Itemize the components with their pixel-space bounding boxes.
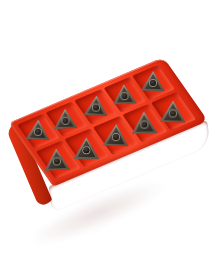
- insert-hole: [93, 103, 99, 109]
- carbide-insert: [103, 123, 130, 146]
- insert-hole: [113, 133, 119, 139]
- carbide-insert: [159, 100, 185, 122]
- carbide-insert: [140, 70, 164, 90]
- product-photo: [0, 0, 222, 278]
- carbide-insert: [73, 137, 99, 159]
- carbide-insert: [111, 83, 136, 104]
- insert-hole: [141, 121, 147, 127]
- carbide-insert: [25, 119, 50, 140]
- insert-hole: [54, 158, 60, 164]
- carbide-insert: [43, 147, 70, 170]
- carbide-insert: [84, 94, 109, 115]
- insert-hole: [169, 110, 175, 116]
- insert-hole: [35, 128, 41, 134]
- insert-hole: [121, 92, 127, 98]
- insert-hole: [150, 79, 156, 85]
- insert-hole: [83, 146, 89, 152]
- carbide-insert: [53, 108, 78, 129]
- carbide-insert: [130, 111, 157, 134]
- insert-hole: [62, 117, 68, 123]
